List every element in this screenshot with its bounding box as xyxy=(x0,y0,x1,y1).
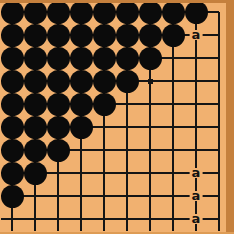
grid-line-segment xyxy=(104,126,116,128)
board-point-r10-c8[interactable] xyxy=(162,208,185,231)
grid-line-segment xyxy=(104,195,116,197)
grid-line-segment xyxy=(173,149,185,151)
grid-line-segment xyxy=(195,127,197,139)
black-stone xyxy=(24,93,47,116)
board-point-r3-c6[interactable] xyxy=(116,47,139,70)
grid-line-segment xyxy=(47,172,59,174)
grid-line-segment xyxy=(58,218,70,220)
board-point-r7-c7[interactable] xyxy=(139,139,162,162)
board-point-r2-c6[interactable] xyxy=(116,24,139,47)
board-point-r3-c8[interactable] xyxy=(162,47,185,70)
black-stone xyxy=(24,70,47,93)
grid-line-segment xyxy=(81,195,93,197)
grid-line-segment xyxy=(149,104,151,116)
grid-line-segment xyxy=(80,150,82,162)
grid-line-segment xyxy=(173,195,185,197)
board-point-r5-c9[interactable] xyxy=(185,93,208,116)
grid-line-segment xyxy=(173,172,185,174)
grid-line-segment xyxy=(208,149,220,151)
board-point-r8-c9[interactable]: a xyxy=(185,162,208,185)
grid-line-segment xyxy=(162,103,174,105)
grid-line-segment xyxy=(172,104,174,116)
black-stone xyxy=(24,116,47,139)
board-point-r6-c1[interactable] xyxy=(1,116,24,139)
grid-line-segment xyxy=(103,150,105,162)
board-grid: aaaa xyxy=(1,1,231,231)
point-label-a: a xyxy=(190,214,203,224)
black-stone xyxy=(185,1,208,24)
board-point-r4-c3[interactable] xyxy=(47,70,70,93)
board-point-r10-c1[interactable] xyxy=(1,208,24,231)
board-point-r6-c3[interactable] xyxy=(47,116,70,139)
board-point-r9-c1[interactable] xyxy=(1,185,24,208)
grid-line-segment xyxy=(195,150,197,162)
black-stone xyxy=(139,47,162,70)
point-label-a: a xyxy=(190,168,203,178)
board-point-r3-c1[interactable] xyxy=(1,47,24,70)
grid-line-segment xyxy=(218,196,220,208)
grid-line-segment xyxy=(150,126,162,128)
board-point-r7-c1[interactable] xyxy=(1,139,24,162)
grid-line-segment xyxy=(139,103,151,105)
black-stone xyxy=(47,139,70,162)
grid-line-segment xyxy=(218,12,220,24)
board-point-r1-c9[interactable] xyxy=(185,1,208,24)
black-stone xyxy=(1,116,24,139)
grid-line-segment xyxy=(93,218,105,220)
grid-line-segment xyxy=(208,57,220,59)
grid-line-segment xyxy=(93,195,105,197)
board-point-r10-c7[interactable] xyxy=(139,208,162,231)
grid-line-segment xyxy=(127,103,139,105)
grid-line-segment xyxy=(116,218,128,220)
grid-line-segment xyxy=(218,150,220,162)
grid-line-segment xyxy=(116,126,128,128)
grid-line-segment xyxy=(218,58,220,70)
grid-line-segment xyxy=(196,103,208,105)
grid-line-segment xyxy=(208,218,220,220)
grid-line-segment xyxy=(34,196,36,208)
grid-line-segment xyxy=(103,173,105,185)
grid-line-segment xyxy=(81,172,93,174)
board-point-r3-c4[interactable] xyxy=(70,47,93,70)
black-stone xyxy=(116,1,139,24)
board-point-r9-c6[interactable] xyxy=(116,185,139,208)
board-point-r4-c2[interactable] xyxy=(24,70,47,93)
grid-line-segment xyxy=(195,104,197,116)
black-stone xyxy=(1,139,24,162)
board-point-r8-c7[interactable] xyxy=(139,162,162,185)
grid-line-segment xyxy=(149,196,151,208)
grid-line-segment xyxy=(149,127,151,139)
grid-line-segment xyxy=(24,195,36,197)
grid-line-segment xyxy=(172,150,174,162)
grid-line-segment xyxy=(104,149,116,151)
grid-line-segment xyxy=(150,218,162,220)
grid-line-segment xyxy=(24,218,36,220)
board-point-r7-c6[interactable] xyxy=(116,139,139,162)
board-point-r2-c1[interactable] xyxy=(1,24,24,47)
black-stone xyxy=(93,47,116,70)
grid-line-segment xyxy=(126,219,128,231)
grid-line-segment xyxy=(208,34,220,36)
grid-line-segment xyxy=(208,80,220,82)
grid-line-segment xyxy=(57,173,59,185)
point-label-a: a xyxy=(190,191,203,201)
point-label-a: a xyxy=(190,30,203,40)
grid-line-segment xyxy=(35,218,47,220)
black-stone xyxy=(70,93,93,116)
grid-line-segment xyxy=(185,103,197,105)
grid-line-segment xyxy=(173,126,185,128)
grid-line-segment xyxy=(47,218,59,220)
black-stone xyxy=(47,70,70,93)
board-point-r8-c3[interactable] xyxy=(47,162,70,185)
board-point-r6-c9[interactable] xyxy=(185,116,208,139)
grid-line-segment xyxy=(149,219,151,231)
board-point-r5-c7[interactable] xyxy=(139,93,162,116)
board-point-r2-c8[interactable] xyxy=(162,24,185,47)
black-stone xyxy=(47,24,70,47)
grid-line-segment xyxy=(35,195,47,197)
grid-line-segment xyxy=(208,126,220,128)
go-board: aaaa xyxy=(0,0,234,234)
grid-line-segment xyxy=(103,127,105,139)
grid-line-segment xyxy=(150,149,162,151)
grid-line-segment xyxy=(150,172,162,174)
board-point-r2-c7[interactable] xyxy=(139,24,162,47)
black-stone xyxy=(24,1,47,24)
board-point-r6-c7[interactable] xyxy=(139,116,162,139)
board-point-r7-c3[interactable] xyxy=(47,139,70,162)
board-point-r6-c2[interactable] xyxy=(24,116,47,139)
board-point-r3-c5[interactable] xyxy=(93,47,116,70)
board-point-r1-c3[interactable] xyxy=(47,1,70,24)
board-point-r2-c4[interactable] xyxy=(70,24,93,47)
grid-line-segment xyxy=(93,126,105,128)
board-point-r9-c5[interactable] xyxy=(93,185,116,208)
grid-line-segment xyxy=(208,103,220,105)
board-edge-right xyxy=(226,0,234,234)
grid-line-segment xyxy=(70,172,82,174)
grid-line-segment xyxy=(149,150,151,162)
board-point-r1-c6[interactable] xyxy=(116,1,139,24)
black-stone xyxy=(162,1,185,24)
grid-line-segment xyxy=(162,126,174,128)
grid-line-segment xyxy=(162,80,174,82)
grid-line-segment xyxy=(47,195,59,197)
black-stone xyxy=(24,139,47,162)
board-point-r6-c4[interactable] xyxy=(70,116,93,139)
board-point-r8-c8[interactable] xyxy=(162,162,185,185)
grid-line-segment xyxy=(218,104,220,116)
grid-line-segment xyxy=(173,80,185,82)
board-point-r9-c2[interactable] xyxy=(24,185,47,208)
black-stone xyxy=(116,70,139,93)
grid-line-segment xyxy=(93,172,105,174)
grid-line-segment xyxy=(162,218,174,220)
grid-line-segment xyxy=(80,173,82,185)
board-point-r5-c5[interactable] xyxy=(93,93,116,116)
board-point-r5-c6[interactable] xyxy=(116,93,139,116)
black-stone xyxy=(1,93,24,116)
board-point-r9-c3[interactable] xyxy=(47,185,70,208)
board-point-r5-c8[interactable] xyxy=(162,93,185,116)
black-stone xyxy=(162,24,185,47)
board-point-r10-c9[interactable]: a xyxy=(185,208,208,231)
black-stone xyxy=(70,47,93,70)
grid-line-segment xyxy=(149,173,151,185)
board-point-r7-c4[interactable] xyxy=(70,139,93,162)
grid-line-segment xyxy=(172,173,174,185)
grid-line-segment xyxy=(126,127,128,139)
black-stone xyxy=(70,70,93,93)
board-point-r5-c1[interactable] xyxy=(1,93,24,116)
board-point-r4-c1[interactable] xyxy=(1,70,24,93)
grid-line-segment xyxy=(139,149,151,151)
black-stone xyxy=(47,1,70,24)
grid-line-segment xyxy=(34,219,36,231)
grid-line-segment xyxy=(58,195,70,197)
grid-line-segment xyxy=(81,218,93,220)
board-point-r8-c2[interactable] xyxy=(24,162,47,185)
board-point-r10-c5[interactable] xyxy=(93,208,116,231)
board-point-r2-c3[interactable] xyxy=(47,24,70,47)
grid-line-segment xyxy=(172,81,174,93)
grid-line-segment xyxy=(1,218,13,220)
black-stone xyxy=(24,162,47,185)
grid-line-segment xyxy=(81,149,93,151)
board-point-r2-c9[interactable]: a xyxy=(185,24,208,47)
grid-line-segment xyxy=(12,218,24,220)
grid-line-segment xyxy=(116,172,128,174)
board-point-r4-c5[interactable] xyxy=(93,70,116,93)
grid-line-segment xyxy=(116,195,128,197)
board-point-r5-c4[interactable] xyxy=(70,93,93,116)
grid-line-segment xyxy=(172,196,174,208)
board-point-r9-c7[interactable] xyxy=(139,185,162,208)
grid-line-segment xyxy=(218,81,220,93)
black-stone xyxy=(1,1,24,24)
grid-line-segment xyxy=(57,196,59,208)
black-stone xyxy=(1,70,24,93)
grid-line-segment xyxy=(139,172,151,174)
grid-line-segment xyxy=(127,149,139,151)
grid-line-segment xyxy=(172,58,174,70)
board-point-r3-c3[interactable] xyxy=(47,47,70,70)
board-point-r8-c4[interactable] xyxy=(70,162,93,185)
grid-line-segment xyxy=(185,149,197,151)
grid-line-segment xyxy=(162,195,174,197)
board-point-r8-c5[interactable] xyxy=(93,162,116,185)
board-point-r4-c7[interactable] xyxy=(139,70,162,93)
grid-line-segment xyxy=(185,126,197,128)
board-point-r9-c8[interactable] xyxy=(162,185,185,208)
black-stone xyxy=(24,24,47,47)
grid-line-segment xyxy=(150,195,162,197)
black-stone xyxy=(1,47,24,70)
grid-line-segment xyxy=(173,57,185,59)
board-point-r9-c4[interactable] xyxy=(70,185,93,208)
grid-line-segment xyxy=(208,195,220,197)
grid-line-segment xyxy=(196,149,208,151)
grid-line-segment xyxy=(195,81,197,93)
grid-line-segment xyxy=(208,172,220,174)
board-point-r10-c3[interactable] xyxy=(47,208,70,231)
black-stone xyxy=(1,24,24,47)
grid-line-segment xyxy=(218,127,220,139)
board-point-r3-c2[interactable] xyxy=(24,47,47,70)
board-point-r6-c8[interactable] xyxy=(162,116,185,139)
black-stone xyxy=(116,47,139,70)
grid-line-segment xyxy=(172,219,174,231)
board-point-r9-c9[interactable]: a xyxy=(185,185,208,208)
black-stone xyxy=(47,116,70,139)
grid-line-segment xyxy=(139,126,151,128)
black-stone xyxy=(24,47,47,70)
board-point-r10-c4[interactable] xyxy=(70,208,93,231)
grid-line-segment xyxy=(162,57,174,59)
black-stone xyxy=(1,185,24,208)
board-point-r4-c4[interactable] xyxy=(70,70,93,93)
board-point-r3-c7[interactable] xyxy=(139,47,162,70)
grid-line-segment xyxy=(218,35,220,47)
board-point-r7-c9[interactable] xyxy=(185,139,208,162)
black-stone xyxy=(139,24,162,47)
grid-line-segment xyxy=(196,57,208,59)
grid-line-segment xyxy=(185,57,197,59)
board-point-r7-c8[interactable] xyxy=(162,139,185,162)
grid-line-segment xyxy=(93,149,105,151)
grid-line-segment xyxy=(126,104,128,116)
grid-line-segment xyxy=(80,219,82,231)
black-stone xyxy=(1,162,24,185)
board-point-r7-c5[interactable] xyxy=(93,139,116,162)
grid-line-segment xyxy=(104,218,116,220)
grid-line-segment xyxy=(103,219,105,231)
board-point-r1-c2[interactable] xyxy=(24,1,47,24)
board-point-r4-c8[interactable] xyxy=(162,70,185,93)
grid-line-segment xyxy=(103,196,105,208)
grid-line-segment xyxy=(127,218,139,220)
grid-line-segment xyxy=(196,126,208,128)
board-point-r5-c3[interactable] xyxy=(47,93,70,116)
board-point-r1-c4[interactable] xyxy=(70,1,93,24)
grid-line-segment xyxy=(116,149,128,151)
black-stone xyxy=(70,1,93,24)
grid-line-segment xyxy=(218,173,220,185)
black-stone xyxy=(70,116,93,139)
grid-line-segment xyxy=(126,196,128,208)
board-point-r2-c5[interactable] xyxy=(93,24,116,47)
board-point-r6-c5[interactable] xyxy=(93,116,116,139)
grid-line-segment xyxy=(127,195,139,197)
grid-line-segment xyxy=(116,103,128,105)
black-stone xyxy=(47,93,70,116)
grid-line-segment xyxy=(162,149,174,151)
grid-line-segment xyxy=(139,195,151,197)
grid-line-segment xyxy=(70,195,82,197)
grid-line-segment xyxy=(150,103,162,105)
black-stone xyxy=(70,24,93,47)
board-point-r1-c8[interactable] xyxy=(162,1,185,24)
board-point-r1-c1[interactable] xyxy=(1,1,24,24)
board-point-r5-c2[interactable] xyxy=(24,93,47,116)
board-point-r6-c6[interactable] xyxy=(116,116,139,139)
grid-line-segment xyxy=(185,80,197,82)
board-point-r8-c6[interactable] xyxy=(116,162,139,185)
grid-line-segment xyxy=(173,218,185,220)
grid-line-segment xyxy=(139,218,151,220)
board-point-r10-c2[interactable] xyxy=(24,208,47,231)
grid-line-segment xyxy=(218,219,220,231)
board-edge-top xyxy=(0,0,234,3)
grid-line-segment xyxy=(126,150,128,162)
grid-line-segment xyxy=(172,127,174,139)
black-stone xyxy=(116,24,139,47)
grid-line-segment xyxy=(57,219,59,231)
grid-line-segment xyxy=(70,149,82,151)
grid-line-segment xyxy=(11,219,13,231)
board-point-r10-c6[interactable] xyxy=(116,208,139,231)
black-stone xyxy=(93,1,116,24)
board-point-r3-c9[interactable] xyxy=(185,47,208,70)
board-point-r2-c2[interactable] xyxy=(24,24,47,47)
star-point xyxy=(148,79,153,84)
board-point-r1-c5[interactable] xyxy=(93,1,116,24)
board-edge-bottom xyxy=(0,232,234,234)
board-point-r7-c2[interactable] xyxy=(24,139,47,162)
grid-line-segment xyxy=(127,126,139,128)
grid-line-segment xyxy=(173,103,185,105)
grid-line-segment xyxy=(80,196,82,208)
grid-line-segment xyxy=(126,173,128,185)
grid-line-segment xyxy=(208,11,220,13)
black-stone xyxy=(47,47,70,70)
black-stone xyxy=(93,70,116,93)
board-point-r8-c1[interactable] xyxy=(1,162,24,185)
grid-line-segment xyxy=(162,172,174,174)
grid-line-segment xyxy=(195,58,197,70)
grid-line-segment xyxy=(127,172,139,174)
grid-line-segment xyxy=(196,80,208,82)
board-point-r4-c9[interactable] xyxy=(185,70,208,93)
grid-line-segment xyxy=(58,172,70,174)
board-point-r4-c6[interactable] xyxy=(116,70,139,93)
black-stone xyxy=(93,93,116,116)
black-stone xyxy=(139,1,162,24)
black-stone xyxy=(93,24,116,47)
board-point-r1-c7[interactable] xyxy=(139,1,162,24)
grid-line-segment xyxy=(104,172,116,174)
grid-line-segment xyxy=(70,218,82,220)
